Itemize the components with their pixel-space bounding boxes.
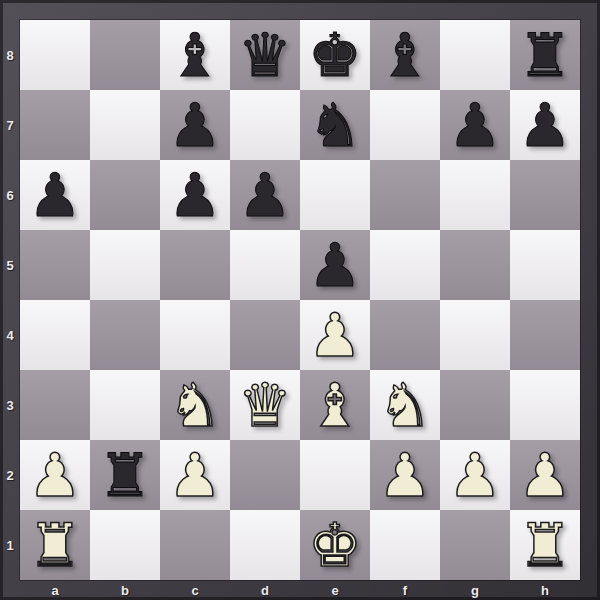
square-h6[interactable] xyxy=(510,160,580,230)
piece-white-queen: ♛ xyxy=(238,375,292,435)
piece-white-pawn: ♟ xyxy=(308,305,362,365)
file-label-d: d xyxy=(230,580,300,600)
file-labels: abcdefgh xyxy=(20,580,580,600)
piece-black-pawn: ♟ xyxy=(448,95,502,155)
square-h7[interactable]: ♟ xyxy=(510,90,580,160)
square-b1[interactable] xyxy=(90,510,160,580)
square-c5[interactable] xyxy=(160,230,230,300)
square-c2[interactable]: ♟ xyxy=(160,440,230,510)
square-e7[interactable]: ♞ xyxy=(300,90,370,160)
board: ♝♛♚♝♜♟♞♟♟♟♟♟♟♟♞♛♝♞♟♜♟♟♟♟♜♚♜ xyxy=(20,20,580,580)
square-a2[interactable]: ♟ xyxy=(20,440,90,510)
square-a6[interactable]: ♟ xyxy=(20,160,90,230)
square-g7[interactable]: ♟ xyxy=(440,90,510,160)
square-c7[interactable]: ♟ xyxy=(160,90,230,160)
square-f2[interactable]: ♟ xyxy=(370,440,440,510)
square-f8[interactable]: ♝ xyxy=(370,20,440,90)
piece-white-knight: ♞ xyxy=(168,375,222,435)
file-label-e: e xyxy=(300,580,370,600)
file-label-b: b xyxy=(90,580,160,600)
file-label-c: c xyxy=(160,580,230,600)
square-e5[interactable]: ♟ xyxy=(300,230,370,300)
square-c6[interactable]: ♟ xyxy=(160,160,230,230)
square-h3[interactable] xyxy=(510,370,580,440)
square-d5[interactable] xyxy=(230,230,300,300)
square-a5[interactable] xyxy=(20,230,90,300)
file-label-f: f xyxy=(370,580,440,600)
square-d2[interactable] xyxy=(230,440,300,510)
square-e8[interactable]: ♚ xyxy=(300,20,370,90)
square-d1[interactable] xyxy=(230,510,300,580)
rank-label-6: 6 xyxy=(0,160,20,230)
piece-black-pawn: ♟ xyxy=(238,165,292,225)
rank-label-4: 4 xyxy=(0,300,20,370)
square-h8[interactable]: ♜ xyxy=(510,20,580,90)
piece-black-bishop: ♝ xyxy=(168,25,222,85)
square-b7[interactable] xyxy=(90,90,160,160)
piece-black-rook: ♜ xyxy=(98,445,152,505)
square-b5[interactable] xyxy=(90,230,160,300)
square-d8[interactable]: ♛ xyxy=(230,20,300,90)
square-a7[interactable] xyxy=(20,90,90,160)
square-f6[interactable] xyxy=(370,160,440,230)
square-c4[interactable] xyxy=(160,300,230,370)
square-a4[interactable] xyxy=(20,300,90,370)
rank-label-2: 2 xyxy=(0,440,20,510)
square-c3[interactable]: ♞ xyxy=(160,370,230,440)
piece-black-pawn: ♟ xyxy=(168,95,222,155)
rank-label-5: 5 xyxy=(0,230,20,300)
square-a8[interactable] xyxy=(20,20,90,90)
square-f5[interactable] xyxy=(370,230,440,300)
square-b4[interactable] xyxy=(90,300,160,370)
square-g5[interactable] xyxy=(440,230,510,300)
piece-white-rook: ♜ xyxy=(518,515,572,575)
rank-labels: 87654321 xyxy=(0,20,20,580)
rank-label-3: 3 xyxy=(0,370,20,440)
square-h2[interactable]: ♟ xyxy=(510,440,580,510)
piece-white-pawn: ♟ xyxy=(28,445,82,505)
piece-white-knight: ♞ xyxy=(378,375,432,435)
square-h1[interactable]: ♜ xyxy=(510,510,580,580)
piece-white-rook: ♜ xyxy=(28,515,82,575)
square-a1[interactable]: ♜ xyxy=(20,510,90,580)
square-f3[interactable]: ♞ xyxy=(370,370,440,440)
square-d3[interactable]: ♛ xyxy=(230,370,300,440)
piece-black-queen: ♛ xyxy=(238,25,292,85)
square-h5[interactable] xyxy=(510,230,580,300)
rank-label-8: 8 xyxy=(0,20,20,90)
piece-white-bishop: ♝ xyxy=(308,375,362,435)
square-b3[interactable] xyxy=(90,370,160,440)
square-d7[interactable] xyxy=(230,90,300,160)
piece-white-pawn: ♟ xyxy=(518,445,572,505)
piece-white-pawn: ♟ xyxy=(448,445,502,505)
rank-label-7: 7 xyxy=(0,90,20,160)
piece-white-king: ♚ xyxy=(308,515,362,575)
square-a3[interactable] xyxy=(20,370,90,440)
piece-black-pawn: ♟ xyxy=(168,165,222,225)
rank-label-1: 1 xyxy=(0,510,20,580)
board-frame: 87654321 abcdefgh ♝♛♚♝♜♟♞♟♟♟♟♟♟♟♞♛♝♞♟♜♟♟… xyxy=(0,0,600,600)
piece-black-rook: ♜ xyxy=(518,25,572,85)
square-c1[interactable] xyxy=(160,510,230,580)
square-c8[interactable]: ♝ xyxy=(160,20,230,90)
square-d4[interactable] xyxy=(230,300,300,370)
square-e2[interactable] xyxy=(300,440,370,510)
piece-black-pawn: ♟ xyxy=(308,235,362,295)
square-e6[interactable] xyxy=(300,160,370,230)
square-g6[interactable] xyxy=(440,160,510,230)
square-e3[interactable]: ♝ xyxy=(300,370,370,440)
file-label-g: g xyxy=(440,580,510,600)
piece-black-knight: ♞ xyxy=(308,95,362,155)
square-b6[interactable] xyxy=(90,160,160,230)
piece-black-bishop: ♝ xyxy=(378,25,432,85)
square-f7[interactable] xyxy=(370,90,440,160)
piece-black-pawn: ♟ xyxy=(28,165,82,225)
square-g2[interactable]: ♟ xyxy=(440,440,510,510)
piece-black-king: ♚ xyxy=(308,25,362,85)
piece-white-pawn: ♟ xyxy=(168,445,222,505)
square-d6[interactable]: ♟ xyxy=(230,160,300,230)
square-g1[interactable] xyxy=(440,510,510,580)
square-g4[interactable] xyxy=(440,300,510,370)
file-label-h: h xyxy=(510,580,580,600)
square-f4[interactable] xyxy=(370,300,440,370)
square-e1[interactable]: ♚ xyxy=(300,510,370,580)
square-f1[interactable] xyxy=(370,510,440,580)
piece-white-pawn: ♟ xyxy=(378,445,432,505)
square-e4[interactable]: ♟ xyxy=(300,300,370,370)
square-b8[interactable] xyxy=(90,20,160,90)
square-g3[interactable] xyxy=(440,370,510,440)
square-b2[interactable]: ♜ xyxy=(90,440,160,510)
file-label-a: a xyxy=(20,580,90,600)
square-h4[interactable] xyxy=(510,300,580,370)
square-g8[interactable] xyxy=(440,20,510,90)
piece-black-pawn: ♟ xyxy=(518,95,572,155)
